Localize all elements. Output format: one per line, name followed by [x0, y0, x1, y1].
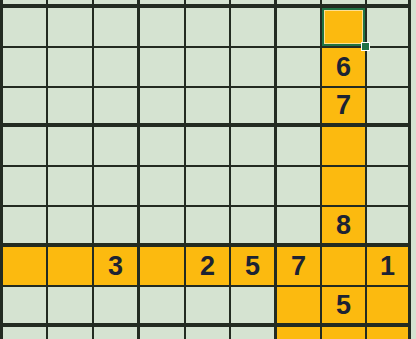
cell-row-9-partial-c2[interactable] [48, 327, 94, 339]
cell-row-2-c9[interactable] [367, 48, 411, 88]
cell-row-4-c3[interactable] [94, 127, 140, 167]
cell-row-1-c9[interactable] [367, 8, 411, 48]
cell-row-7-c5[interactable]: 2 [186, 247, 231, 287]
cell-row-8-c7[interactable] [277, 287, 322, 327]
cell-row-8-c2[interactable] [48, 287, 94, 327]
cell-digit: 7 [291, 253, 306, 280]
cell-row-2-c3[interactable] [94, 48, 140, 88]
cell-row-3-c4[interactable] [140, 88, 186, 127]
cell-row-4-c9[interactable] [367, 127, 411, 167]
cell-digit: 7 [336, 92, 351, 119]
cell-row-3-c3[interactable] [94, 88, 140, 127]
cell-row-0-partial-c1[interactable] [3, 0, 48, 8]
cell-row-1-c7[interactable] [277, 8, 322, 48]
cell-row-7-c2[interactable] [48, 247, 94, 287]
cell-row-6-c3[interactable] [94, 207, 140, 247]
cell-row-9-partial-c1[interactable] [3, 327, 48, 339]
spreadsheet-canvas: 678325715 [0, 0, 416, 339]
cell-row-6-c4[interactable] [140, 207, 186, 247]
cell-row-6-c9[interactable] [367, 207, 411, 247]
cell-row-0-partial-c9[interactable] [367, 0, 411, 8]
cell-row-4-c2[interactable] [48, 127, 94, 167]
cell-row-2-c6[interactable] [231, 48, 277, 88]
cell-row-1-c4[interactable] [140, 8, 186, 48]
cell-row-6-c7[interactable] [277, 207, 322, 247]
cell-row-3-c2[interactable] [48, 88, 94, 127]
cell-row-5-c9[interactable] [367, 167, 411, 207]
cell-row-3-c9[interactable] [367, 88, 411, 127]
cell-row-3-c6[interactable] [231, 88, 277, 127]
cell-row-0-partial-c7[interactable] [277, 0, 322, 8]
cell-row-2-c8[interactable]: 6 [322, 48, 367, 88]
cell-row-5-c1[interactable] [3, 167, 48, 207]
cell-row-5-c2[interactable] [48, 167, 94, 207]
cell-row-8-c5[interactable] [186, 287, 231, 327]
cell-row-9-partial-c3[interactable] [94, 327, 140, 339]
cell-row-5-c8[interactable] [322, 167, 367, 207]
cell-row-4-c7[interactable] [277, 127, 322, 167]
cell-row-2-c7[interactable] [277, 48, 322, 88]
cell-row-9-partial-c6[interactable] [231, 327, 277, 339]
cell-row-5-c5[interactable] [186, 167, 231, 207]
cell-row-4-c1[interactable] [3, 127, 48, 167]
cell-row-7-c3[interactable]: 3 [94, 247, 140, 287]
cell-digit: 1 [380, 253, 395, 280]
cell-row-8-c4[interactable] [140, 287, 186, 327]
cell-row-2-c4[interactable] [140, 48, 186, 88]
cell-row-6-c5[interactable] [186, 207, 231, 247]
cell-digit: 3 [108, 253, 123, 280]
cell-row-9-partial-c7[interactable] [277, 327, 322, 339]
cell-row-1-c5[interactable] [186, 8, 231, 48]
cell-row-6-c8[interactable]: 8 [322, 207, 367, 247]
cell-row-6-c2[interactable] [48, 207, 94, 247]
cell-row-7-c4[interactable] [140, 247, 186, 287]
cell-digit: 5 [245, 253, 260, 280]
cell-row-8-c1[interactable] [3, 287, 48, 327]
cell-digit: 6 [336, 54, 351, 81]
cell-row-4-c8[interactable] [322, 127, 367, 167]
cell-row-4-c5[interactable] [186, 127, 231, 167]
cell-row-9-partial-c5[interactable] [186, 327, 231, 339]
cell-row-3-c5[interactable] [186, 88, 231, 127]
cell-row-3-c7[interactable] [277, 88, 322, 127]
cell-row-4-c6[interactable] [231, 127, 277, 167]
cell-row-2-c1[interactable] [3, 48, 48, 88]
cell-row-5-c3[interactable] [94, 167, 140, 207]
cell-row-7-c8[interactable] [322, 247, 367, 287]
selected-cell[interactable] [322, 8, 367, 48]
cell-row-2-c5[interactable] [186, 48, 231, 88]
cell-row-7-c9[interactable]: 1 [367, 247, 411, 287]
cell-row-0-partial-c3[interactable] [94, 0, 140, 8]
cell-row-2-c2[interactable] [48, 48, 94, 88]
cell-row-0-partial-c5[interactable] [186, 0, 231, 8]
cell-digit: 2 [200, 253, 215, 280]
cell-row-6-c1[interactable] [3, 207, 48, 247]
cell-row-0-partial-c8[interactable] [322, 0, 367, 8]
cell-row-6-c6[interactable] [231, 207, 277, 247]
cell-row-0-partial-c4[interactable] [140, 0, 186, 8]
cell-digit: 5 [336, 292, 351, 319]
cell-row-5-c4[interactable] [140, 167, 186, 207]
cell-row-9-partial-c9[interactable] [367, 327, 411, 339]
cell-row-3-c1[interactable] [3, 88, 48, 127]
cell-row-7-c7[interactable]: 7 [277, 247, 322, 287]
sudoku-board: 678325715 [0, 0, 411, 339]
cell-row-9-partial-c4[interactable] [140, 327, 186, 339]
cell-row-5-c7[interactable] [277, 167, 322, 207]
cell-row-9-partial-c8[interactable] [322, 327, 367, 339]
cell-row-1-c6[interactable] [231, 8, 277, 48]
cell-row-8-c3[interactable] [94, 287, 140, 327]
selection-fill-handle[interactable] [361, 42, 370, 51]
cell-row-5-c6[interactable] [231, 167, 277, 207]
cell-row-7-c1[interactable] [3, 247, 48, 287]
cell-row-0-partial-c2[interactable] [48, 0, 94, 8]
cell-row-1-c3[interactable] [94, 8, 140, 48]
cell-row-3-c8[interactable]: 7 [322, 88, 367, 127]
cell-row-1-c1[interactable] [3, 8, 48, 48]
cell-row-4-c4[interactable] [140, 127, 186, 167]
cell-row-1-c2[interactable] [48, 8, 94, 48]
cell-row-8-c6[interactable] [231, 287, 277, 327]
cell-row-8-c9[interactable] [367, 287, 411, 327]
cell-digit: 8 [336, 212, 351, 239]
cell-row-0-partial-c6[interactable] [231, 0, 277, 8]
cell-row-8-c8[interactable]: 5 [322, 287, 367, 327]
cell-row-7-c6[interactable]: 5 [231, 247, 277, 287]
